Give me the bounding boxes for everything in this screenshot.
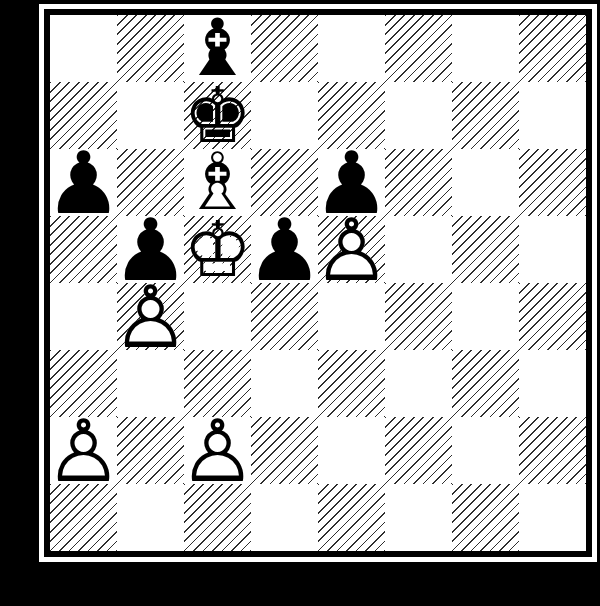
square-g2[interactable]: [452, 417, 519, 484]
square-e5[interactable]: ♟♙: [318, 216, 385, 283]
white-piece-fill: ♟: [184, 417, 251, 484]
square-h6[interactable]: [519, 149, 586, 216]
square-f1[interactable]: [385, 484, 452, 551]
square-d3[interactable]: [251, 350, 318, 417]
square-e6[interactable]: ♟: [318, 149, 385, 216]
board-mat: ♝♚♟♝♗♟♟♚♔♟♟♙♟♙♟♙♟♙: [39, 4, 597, 562]
black-pawn-b5: ♟: [117, 216, 184, 283]
square-d1[interactable]: [251, 484, 318, 551]
square-g3[interactable]: [452, 350, 519, 417]
black-bishop-c8: ♝: [184, 15, 251, 82]
white-piece-outline: ♙: [117, 283, 184, 350]
square-c4[interactable]: [184, 283, 251, 350]
chess-board: ♝♚♟♝♗♟♟♚♔♟♟♙♟♙♟♙♟♙: [44, 9, 592, 557]
square-d7[interactable]: [251, 82, 318, 149]
square-c8[interactable]: ♝: [184, 15, 251, 82]
white-piece-fill: ♚: [184, 216, 251, 283]
square-e2[interactable]: [318, 417, 385, 484]
white-pawn-c2: ♟♙: [184, 417, 251, 484]
square-g5[interactable]: [452, 216, 519, 283]
square-h3[interactable]: [519, 350, 586, 417]
square-h8[interactable]: [519, 15, 586, 82]
white-piece-fill: ♟: [50, 417, 117, 484]
square-f7[interactable]: [385, 82, 452, 149]
square-d5[interactable]: ♟: [251, 216, 318, 283]
square-d8[interactable]: [251, 15, 318, 82]
square-a6[interactable]: ♟: [50, 149, 117, 216]
square-e7[interactable]: [318, 82, 385, 149]
white-piece-fill: ♝: [184, 149, 251, 216]
square-b1[interactable]: [117, 484, 184, 551]
chess-diagram-page: ♝♚♟♝♗♟♟♚♔♟♟♙♟♙♟♙♟♙: [0, 0, 600, 606]
square-c2[interactable]: ♟♙: [184, 417, 251, 484]
square-c3[interactable]: [184, 350, 251, 417]
square-g8[interactable]: [452, 15, 519, 82]
square-f2[interactable]: [385, 417, 452, 484]
white-pawn-e5: ♟♙: [318, 216, 385, 283]
black-piece-glyph: ♟: [117, 216, 184, 283]
square-b6[interactable]: [117, 149, 184, 216]
black-piece-glyph: ♝: [184, 15, 251, 82]
square-g7[interactable]: [452, 82, 519, 149]
square-a1[interactable]: [50, 484, 117, 551]
white-piece-outline: ♙: [184, 417, 251, 484]
white-piece-fill: ♟: [318, 216, 385, 283]
white-piece-outline: ♙: [318, 216, 385, 283]
square-g6[interactable]: [452, 149, 519, 216]
square-d2[interactable]: [251, 417, 318, 484]
square-b7[interactable]: [117, 82, 184, 149]
square-a4[interactable]: [50, 283, 117, 350]
square-g4[interactable]: [452, 283, 519, 350]
square-f3[interactable]: [385, 350, 452, 417]
square-c7[interactable]: ♚: [184, 82, 251, 149]
white-pawn-b4: ♟♙: [117, 283, 184, 350]
square-a8[interactable]: [50, 15, 117, 82]
white-piece-outline: ♙: [50, 417, 117, 484]
black-piece-glyph: ♟: [50, 149, 117, 216]
square-b3[interactable]: [117, 350, 184, 417]
black-piece-glyph: ♚: [184, 82, 251, 149]
black-piece-glyph: ♟: [251, 216, 318, 283]
black-pawn-d5: ♟: [251, 216, 318, 283]
square-h4[interactable]: [519, 283, 586, 350]
square-e1[interactable]: [318, 484, 385, 551]
square-c6[interactable]: ♝♗: [184, 149, 251, 216]
square-b2[interactable]: [117, 417, 184, 484]
square-c5[interactable]: ♚♔: [184, 216, 251, 283]
square-e3[interactable]: [318, 350, 385, 417]
square-a5[interactable]: [50, 216, 117, 283]
square-h7[interactable]: [519, 82, 586, 149]
square-f5[interactable]: [385, 216, 452, 283]
black-pawn-e6: ♟: [318, 149, 385, 216]
square-e8[interactable]: [318, 15, 385, 82]
square-f6[interactable]: [385, 149, 452, 216]
white-pawn-a2: ♟♙: [50, 417, 117, 484]
black-king-c7: ♚: [184, 82, 251, 149]
square-e4[interactable]: [318, 283, 385, 350]
square-h1[interactable]: [519, 484, 586, 551]
square-d4[interactable]: [251, 283, 318, 350]
square-h2[interactable]: [519, 417, 586, 484]
square-g1[interactable]: [452, 484, 519, 551]
square-b4[interactable]: ♟♙: [117, 283, 184, 350]
white-king-c5: ♚♔: [184, 216, 251, 283]
white-piece-outline: ♔: [184, 216, 251, 283]
white-piece-fill: ♟: [117, 283, 184, 350]
black-pawn-a6: ♟: [50, 149, 117, 216]
square-f4[interactable]: [385, 283, 452, 350]
square-f8[interactable]: [385, 15, 452, 82]
square-c1[interactable]: [184, 484, 251, 551]
square-d6[interactable]: [251, 149, 318, 216]
white-bishop-c6: ♝♗: [184, 149, 251, 216]
square-a7[interactable]: [50, 82, 117, 149]
black-piece-glyph: ♟: [318, 149, 385, 216]
white-piece-outline: ♗: [184, 149, 251, 216]
square-h5[interactable]: [519, 216, 586, 283]
square-a3[interactable]: [50, 350, 117, 417]
square-a2[interactable]: ♟♙: [50, 417, 117, 484]
square-b8[interactable]: [117, 15, 184, 82]
square-b5[interactable]: ♟: [117, 216, 184, 283]
